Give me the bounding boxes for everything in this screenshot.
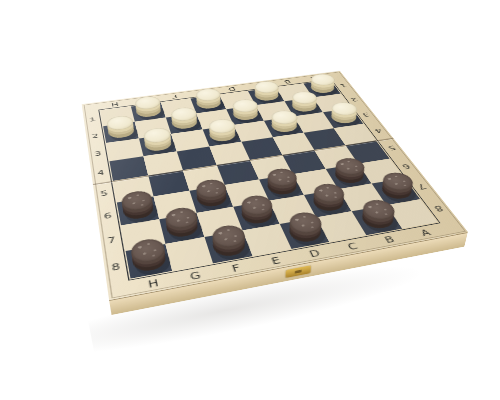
square-h3[interactable]	[106, 138, 143, 161]
white-checker-c1[interactable]	[252, 89, 281, 103]
coordinate-label-7: 7	[99, 226, 124, 255]
dark-checker-a7[interactable]	[377, 181, 416, 202]
white-checker-d2[interactable]	[230, 107, 260, 123]
white-checker-h2[interactable]	[107, 124, 135, 141]
white-checker-e1[interactable]	[194, 97, 222, 112]
dark-checker-b6[interactable]	[330, 166, 366, 186]
dark-checker-f6[interactable]	[194, 188, 229, 210]
white-checker-g1[interactable]	[134, 104, 162, 119]
white-checker-f2[interactable]	[170, 115, 199, 131]
photo-background: HGFEDCBA HGFEDCBA 12345678 12345678	[0, 0, 500, 400]
white-checker-g3[interactable]	[143, 136, 173, 154]
white-checker-e3[interactable]	[207, 127, 238, 144]
coordinate-label-8: 8	[103, 251, 130, 283]
dark-checker-h8[interactable]	[130, 247, 167, 275]
dark-checker-f8[interactable]	[209, 234, 247, 260]
dark-checker-e7[interactable]	[238, 204, 275, 227]
dark-checker-g7[interactable]	[164, 216, 200, 241]
brass-clasp	[285, 265, 311, 278]
dark-checker-h6[interactable]	[121, 199, 155, 222]
